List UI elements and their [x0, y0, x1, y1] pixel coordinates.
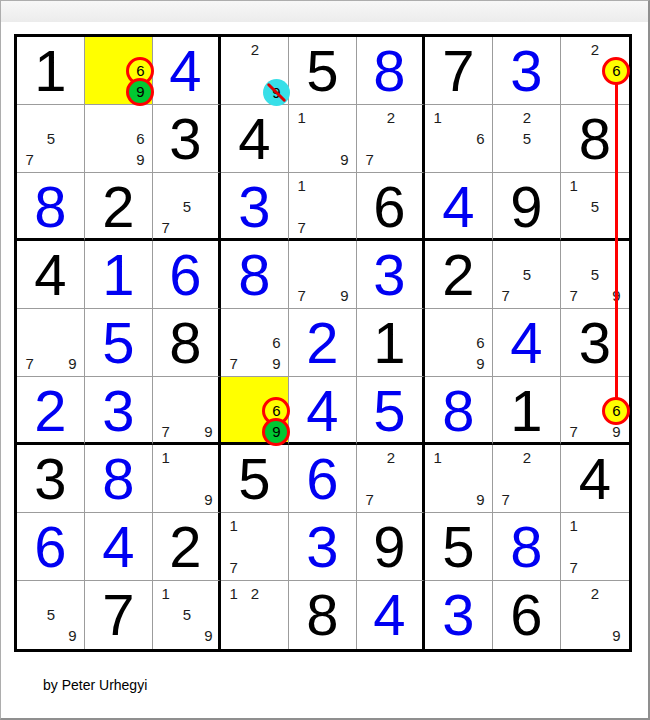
candidate-9: 9 [62, 354, 82, 374]
cell-r3c4[interactable]: 3 [221, 173, 289, 241]
candidate-9: 9 [198, 422, 218, 442]
cell-r8c9[interactable]: 17 [561, 513, 629, 581]
cell-value-given: 7 [425, 37, 492, 104]
cell-value-solved: 6 [153, 241, 218, 308]
cell-value-given: 5 [425, 513, 492, 580]
cell-r9c9[interactable]: 29 [561, 581, 629, 649]
cell-value-solved: 8 [17, 173, 84, 238]
candidate-6: 6 [266, 333, 286, 353]
cell-r6c9[interactable]: 679 [561, 377, 629, 445]
candidate-9: 9 [198, 626, 218, 646]
candidate-5: 5 [177, 197, 197, 217]
cell-r3c5[interactable]: 17 [289, 173, 357, 241]
cell-r3c8[interactable]: 9 [493, 173, 561, 241]
cell-r6c5[interactable]: 4 [289, 377, 357, 445]
candidate-7: 7 [496, 490, 516, 510]
cell-value-given: 6 [493, 581, 560, 649]
cell-value-solved: 3 [493, 37, 560, 104]
cell-r5c5[interactable]: 2 [289, 309, 357, 377]
elimination-slash-icon [267, 83, 287, 103]
cell-r6c7[interactable]: 8 [425, 377, 493, 445]
cell-r2c2[interactable]: 69 [85, 105, 153, 173]
cell-r8c4[interactable]: 17 [221, 513, 289, 581]
cell-value-given: 5 [289, 37, 356, 104]
cell-r7c7[interactable]: 19 [425, 445, 493, 513]
candidate-1: 1 [292, 108, 312, 128]
cell-r7c4[interactable]: 5 [221, 445, 289, 513]
cell-r5c8[interactable]: 4 [493, 309, 561, 377]
candidate-1: 1 [224, 516, 244, 536]
cell-r2c5[interactable]: 19 [289, 105, 357, 173]
candidate-1: 1 [156, 584, 176, 604]
candidate-5: 5 [585, 197, 605, 217]
candidate-7: 7 [292, 286, 312, 306]
cell-r2c9[interactable]: 8 [561, 105, 629, 173]
candidate-1: 1 [428, 108, 448, 128]
cell-r1c7[interactable]: 7 [425, 37, 493, 105]
candidate-9: 9 [606, 422, 626, 442]
cell-r5c6[interactable]: 1 [357, 309, 425, 377]
candidate-7: 7 [156, 218, 176, 238]
cell-value-solved: 4 [85, 513, 152, 580]
cell-r9c3[interactable]: 159 [153, 581, 221, 649]
cell-value-given: 8 [153, 309, 218, 376]
cell-r4c2[interactable]: 1 [85, 241, 153, 309]
cell-r8c6[interactable]: 9 [357, 513, 425, 581]
cell-r4c7[interactable]: 2 [425, 241, 493, 309]
candidate-1: 1 [428, 448, 448, 468]
candidate-6-yellow-circle: 6 [602, 57, 630, 85]
cell-value-given: 4 [561, 445, 629, 512]
cell-value-solved: 3 [289, 513, 356, 580]
cell-r4c4[interactable]: 8 [221, 241, 289, 309]
cell-r1c5[interactable]: 5 [289, 37, 357, 105]
cell-r7c6[interactable]: 27 [357, 445, 425, 513]
cell-r8c3[interactable]: 2 [153, 513, 221, 581]
candidate-9: 9 [198, 490, 218, 510]
cell-r1c2[interactable]: 69 [85, 37, 153, 105]
cell-r5c9[interactable]: 3 [561, 309, 629, 377]
candidate-9-green-circle: 9 [126, 78, 154, 106]
cell-value-solved: 3 [357, 241, 422, 308]
cell-r2c1[interactable]: 57 [17, 105, 85, 173]
candidate-9-green-circle: 9 [262, 418, 290, 446]
cell-value-solved: 4 [425, 173, 492, 238]
candidate-1: 1 [224, 584, 244, 604]
cell-r6c6[interactable]: 5 [357, 377, 425, 445]
candidate-2: 2 [517, 108, 537, 128]
candidate-2: 2 [381, 448, 401, 468]
cell-value-given: 2 [85, 173, 152, 238]
candidate-7: 7 [564, 558, 584, 578]
cell-value-given: 4 [17, 241, 84, 308]
cell-r4c5[interactable]: 79 [289, 241, 357, 309]
cell-r5c4[interactable]: 679 [221, 309, 289, 377]
cell-r7c5[interactable]: 6 [289, 445, 357, 513]
cell-r3c9[interactable]: 15 [561, 173, 629, 241]
candidate-1: 1 [564, 176, 584, 196]
cell-r4c9[interactable]: 579 [561, 241, 629, 309]
candidate-2: 2 [245, 584, 265, 604]
cell-r1c4[interactable]: 29 [221, 37, 289, 105]
cell-r8c8[interactable]: 8 [493, 513, 561, 581]
candidate-7: 7 [496, 286, 516, 306]
cell-r8c2[interactable]: 4 [85, 513, 153, 581]
candidate-7: 7 [224, 558, 244, 578]
cell-value-solved: 4 [153, 37, 218, 104]
cell-value-solved: 5 [85, 309, 152, 376]
cell-r3c1[interactable]: 8 [17, 173, 85, 241]
candidate-7: 7 [360, 490, 380, 510]
cell-value-given: 4 [221, 105, 288, 172]
cell-value-given: 2 [153, 513, 218, 580]
sudoku-app-window: 1694295873265769341927162588257317649154… [0, 0, 650, 720]
cell-r6c4[interactable]: 69 [221, 377, 289, 445]
candidate-9: 9 [470, 490, 490, 510]
cell-r2c4[interactable]: 4 [221, 105, 289, 173]
cell-value-given: 3 [153, 105, 218, 172]
cell-r9c6[interactable]: 4 [357, 581, 425, 649]
cell-r5c3[interactable]: 8 [153, 309, 221, 377]
candidate-9-cyan-circle: 9 [263, 79, 290, 106]
candidate-6: 6 [130, 129, 150, 149]
candidate-2: 2 [585, 40, 605, 60]
cell-value-solved: 1 [85, 241, 152, 308]
cell-r4c8[interactable]: 57 [493, 241, 561, 309]
candidate-9: 9 [62, 626, 82, 646]
candidate-7: 7 [292, 218, 312, 238]
cell-value-given: 9 [493, 173, 560, 238]
cell-value-given: 3 [17, 445, 84, 512]
candidate-9: 9 [470, 354, 490, 374]
cell-r1c1[interactable]: 1 [17, 37, 85, 105]
candidate-7: 7 [20, 150, 40, 170]
cell-r9c7[interactable]: 3 [425, 581, 493, 649]
candidate-5: 5 [517, 265, 537, 285]
cell-value-solved: 8 [221, 241, 288, 308]
candidate-7: 7 [564, 286, 584, 306]
cell-r1c9[interactable]: 26 [561, 37, 629, 105]
candidate-9: 9 [334, 150, 354, 170]
cell-value-solved: 5 [357, 377, 422, 442]
cell-r6c3[interactable]: 79 [153, 377, 221, 445]
candidate-1: 1 [564, 516, 584, 536]
cell-r4c1[interactable]: 4 [17, 241, 85, 309]
cell-r8c7[interactable]: 5 [425, 513, 493, 581]
candidate-6-yellow-circle: 6 [602, 397, 630, 425]
cell-r8c1[interactable]: 6 [17, 513, 85, 581]
cell-value-solved: 8 [425, 377, 492, 442]
cell-value-solved: 4 [357, 581, 422, 649]
cell-value-given: 2 [425, 241, 492, 308]
cell-value-solved: 6 [289, 445, 356, 512]
cell-r4c6[interactable]: 3 [357, 241, 425, 309]
cell-r9c8[interactable]: 6 [493, 581, 561, 649]
cell-r5c7[interactable]: 69 [425, 309, 493, 377]
candidate-5: 5 [177, 605, 197, 625]
cell-r5c1[interactable]: 79 [17, 309, 85, 377]
cell-value-given: 9 [357, 513, 422, 580]
candidate-7: 7 [224, 354, 244, 374]
cell-r2c7[interactable]: 16 [425, 105, 493, 173]
cell-r8c5[interactable]: 3 [289, 513, 357, 581]
cell-r3c7[interactable]: 4 [425, 173, 493, 241]
cell-r7c1[interactable]: 3 [17, 445, 85, 513]
cell-value-solved: 4 [493, 309, 560, 376]
cell-value-solved: 8 [85, 445, 152, 512]
cell-r1c8[interactable]: 3 [493, 37, 561, 105]
cell-value-solved: 4 [289, 377, 356, 442]
cell-r4c3[interactable]: 6 [153, 241, 221, 309]
candidate-1: 1 [156, 448, 176, 468]
cell-r3c3[interactable]: 57 [153, 173, 221, 241]
cell-r3c2[interactable]: 2 [85, 173, 153, 241]
cell-r9c5[interactable]: 8 [289, 581, 357, 649]
cell-r9c2[interactable]: 7 [85, 581, 153, 649]
candidate-7: 7 [564, 422, 584, 442]
chain-link-line [615, 71, 618, 411]
cell-r7c8[interactable]: 27 [493, 445, 561, 513]
candidate-5: 5 [41, 129, 61, 149]
candidate-2: 2 [381, 108, 401, 128]
cell-r7c9[interactable]: 4 [561, 445, 629, 513]
cell-value-given: 8 [289, 581, 356, 649]
candidate-5: 5 [517, 129, 537, 149]
cell-value-given: 1 [17, 37, 84, 104]
sudoku-board: 1694295873265769341927162588257317649154… [14, 34, 632, 652]
candidate-7: 7 [20, 354, 40, 374]
cell-value-given: 7 [85, 581, 152, 649]
candidate-7: 7 [156, 422, 176, 442]
cell-value-solved: 2 [17, 377, 84, 442]
candidate-6: 6 [470, 333, 490, 353]
cell-r7c3[interactable]: 19 [153, 445, 221, 513]
cell-r2c8[interactable]: 25 [493, 105, 561, 173]
cell-r2c6[interactable]: 27 [357, 105, 425, 173]
cell-r5c2[interactable]: 5 [85, 309, 153, 377]
cell-value-solved: 3 [425, 581, 492, 649]
candidate-2: 2 [245, 40, 265, 60]
candidate-9: 9 [334, 286, 354, 306]
cell-value-solved: 3 [85, 377, 152, 442]
cell-value-given: 3 [561, 309, 629, 376]
cell-value-solved: 3 [221, 173, 288, 238]
candidate-2: 2 [585, 584, 605, 604]
window-top-bar [1, 1, 648, 22]
candidate-1: 1 [292, 176, 312, 196]
cell-value-given: 1 [493, 377, 560, 442]
cell-value-solved: 6 [17, 513, 84, 580]
cell-value-solved: 8 [357, 37, 422, 104]
cell-r1c6[interactable]: 8 [357, 37, 425, 105]
cell-value-solved: 2 [289, 309, 356, 376]
cell-value-solved: 8 [493, 513, 560, 580]
author-credit: by Peter Urhegyi [43, 677, 147, 693]
cell-r1c3[interactable]: 4 [153, 37, 221, 105]
candidate-9: 9 [606, 626, 626, 646]
cell-value-given: 1 [357, 309, 422, 376]
cell-r2c3[interactable]: 3 [153, 105, 221, 173]
cell-value-given: 5 [221, 445, 288, 512]
candidate-6: 6 [470, 129, 490, 149]
cell-r7c2[interactable]: 8 [85, 445, 153, 513]
candidate-7: 7 [360, 150, 380, 170]
cell-value-given: 8 [561, 105, 629, 172]
cell-r6c1[interactable]: 2 [17, 377, 85, 445]
cell-value-given: 6 [357, 173, 422, 238]
cell-r9c4[interactable]: 12 [221, 581, 289, 649]
candidate-5: 5 [41, 605, 61, 625]
candidate-2: 2 [517, 448, 537, 468]
cell-r3c6[interactable]: 6 [357, 173, 425, 241]
candidate-9: 9 [130, 150, 150, 170]
candidate-9: 9 [266, 354, 286, 374]
candidate-5: 5 [585, 265, 605, 285]
cell-r6c8[interactable]: 1 [493, 377, 561, 445]
cell-r6c2[interactable]: 3 [85, 377, 153, 445]
cell-r9c1[interactable]: 59 [17, 581, 85, 649]
